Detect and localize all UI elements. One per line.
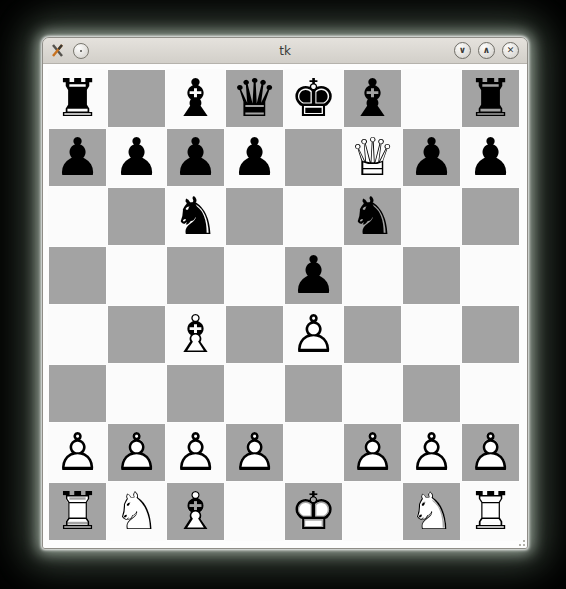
square-g6[interactable] [402, 187, 461, 246]
square-f2[interactable]: ♟♙ [343, 423, 402, 482]
white-rook: ♖ [461, 481, 520, 540]
black-bishop: ♝ [344, 69, 401, 126]
white-bishop-fill: ♝ [166, 304, 225, 363]
square-g4[interactable] [402, 305, 461, 364]
square-e7[interactable] [284, 128, 343, 187]
square-a5[interactable] [48, 246, 107, 305]
square-c8[interactable]: ♝ [166, 69, 225, 128]
square-e5[interactable]: ♟ [284, 246, 343, 305]
black-pawn: ♟ [403, 128, 460, 185]
white-pawn: ♙ [166, 422, 225, 481]
white-bishop: ♗ [166, 304, 225, 363]
menu-dot-icon [80, 50, 82, 52]
white-queen-fill: ♛ [343, 127, 402, 186]
window-menu-button[interactable] [73, 43, 89, 59]
tk-window: tk ∨ ∧ ✕ ♜♝♛♚♝♜♟♟♟♟♛♕♟♟♞♞♟♝♗♟♙♟♙♟♙♟♙♟♙♟♙… [42, 37, 528, 549]
square-c4[interactable]: ♝♗ [166, 305, 225, 364]
square-e3[interactable] [284, 364, 343, 423]
black-knight: ♞ [166, 186, 225, 245]
square-h3[interactable] [461, 364, 520, 423]
square-b4[interactable] [107, 305, 166, 364]
white-pawn-fill: ♟ [284, 304, 343, 363]
square-c2[interactable]: ♟♙ [166, 423, 225, 482]
resize-grip[interactable] [518, 539, 525, 546]
square-e6[interactable] [284, 187, 343, 246]
square-f3[interactable] [343, 364, 402, 423]
close-button[interactable]: ✕ [502, 42, 519, 59]
square-d6[interactable] [225, 187, 284, 246]
white-pawn-fill: ♟ [344, 423, 401, 480]
square-b1[interactable]: ♞♘ [107, 482, 166, 541]
white-pawn-fill: ♟ [108, 423, 165, 480]
window-content: ♜♝♛♚♝♜♟♟♟♟♛♕♟♟♞♞♟♝♗♟♙♟♙♟♙♟♙♟♙♟♙♟♙♟♙♜♖♞♘♝… [43, 64, 527, 548]
square-h6[interactable] [461, 187, 520, 246]
black-pawn: ♟ [49, 128, 106, 185]
black-pawn: ♟ [107, 127, 166, 186]
white-pawn-fill: ♟ [226, 423, 283, 480]
square-a7[interactable]: ♟ [48, 128, 107, 187]
black-pawn: ♟ [167, 128, 224, 185]
white-king: ♔ [285, 482, 342, 539]
square-h5[interactable] [461, 246, 520, 305]
square-e8[interactable]: ♚ [284, 69, 343, 128]
white-pawn: ♙ [462, 423, 519, 480]
chevron-down-icon: ∨ [459, 46, 466, 55]
square-d5[interactable] [225, 246, 284, 305]
white-pawn: ♙ [108, 423, 165, 480]
square-f7[interactable]: ♛♕ [343, 128, 402, 187]
square-d4[interactable] [225, 305, 284, 364]
white-knight-fill: ♞ [107, 481, 166, 540]
square-a1[interactable]: ♜♖ [48, 482, 107, 541]
title-bar[interactable]: tk ∨ ∧ ✕ [43, 38, 527, 64]
square-b5[interactable] [107, 246, 166, 305]
black-king: ♚ [284, 68, 343, 127]
square-e1[interactable]: ♚♔ [284, 482, 343, 541]
shade-button[interactable]: ∨ [454, 42, 471, 59]
square-d7[interactable]: ♟ [225, 128, 284, 187]
white-knight-fill: ♞ [403, 482, 460, 539]
square-h2[interactable]: ♟♙ [461, 423, 520, 482]
tk-app-icon [50, 43, 65, 58]
chevron-up-icon: ∧ [483, 46, 490, 55]
square-d1[interactable] [225, 482, 284, 541]
black-rook: ♜ [462, 69, 519, 126]
square-b6[interactable] [107, 187, 166, 246]
square-c3[interactable] [166, 364, 225, 423]
white-bishop: ♗ [167, 482, 224, 539]
maximize-button[interactable]: ∧ [478, 42, 495, 59]
square-a3[interactable] [48, 364, 107, 423]
white-pawn: ♙ [226, 423, 283, 480]
square-f1[interactable] [343, 482, 402, 541]
white-king-fill: ♚ [285, 482, 342, 539]
square-g7[interactable]: ♟ [402, 128, 461, 187]
white-pawn: ♙ [402, 422, 461, 481]
square-e4[interactable]: ♟♙ [284, 305, 343, 364]
square-a4[interactable] [48, 305, 107, 364]
square-c1[interactable]: ♝♗ [166, 482, 225, 541]
white-knight: ♘ [107, 481, 166, 540]
square-c6[interactable]: ♞ [166, 187, 225, 246]
black-pawn: ♟ [285, 246, 342, 303]
close-icon: ✕ [507, 46, 515, 55]
square-h1[interactable]: ♜♖ [461, 482, 520, 541]
square-g5[interactable] [402, 246, 461, 305]
square-g1[interactable]: ♞♘ [402, 482, 461, 541]
white-pawn-fill: ♟ [462, 423, 519, 480]
white-pawn-fill: ♟ [402, 422, 461, 481]
white-pawn: ♙ [48, 422, 107, 481]
square-d3[interactable] [225, 364, 284, 423]
square-f6[interactable]: ♞ [343, 187, 402, 246]
square-g2[interactable]: ♟♙ [402, 423, 461, 482]
black-pawn: ♟ [461, 127, 520, 186]
square-f5[interactable] [343, 246, 402, 305]
square-g8[interactable] [402, 69, 461, 128]
white-rook-fill: ♜ [49, 482, 106, 539]
white-pawn: ♙ [284, 304, 343, 363]
square-f8[interactable]: ♝ [343, 69, 402, 128]
white-pawn-fill: ♟ [48, 422, 107, 481]
black-queen: ♛ [226, 69, 283, 126]
square-h7[interactable]: ♟ [461, 128, 520, 187]
black-pawn: ♟ [225, 127, 284, 186]
square-b3[interactable] [107, 364, 166, 423]
square-h8[interactable]: ♜ [461, 69, 520, 128]
square-a6[interactable] [48, 187, 107, 246]
square-a2[interactable]: ♟♙ [48, 423, 107, 482]
white-pawn: ♙ [344, 423, 401, 480]
chess-board: ♜♝♛♚♝♜♟♟♟♟♛♕♟♟♞♞♟♝♗♟♙♟♙♟♙♟♙♟♙♟♙♟♙♟♙♜♖♞♘♝… [48, 69, 520, 541]
white-queen: ♕ [343, 127, 402, 186]
white-rook: ♖ [49, 482, 106, 539]
white-rook-fill: ♜ [461, 481, 520, 540]
square-c7[interactable]: ♟ [166, 128, 225, 187]
window-controls: ∨ ∧ ✕ [454, 42, 519, 59]
black-knight: ♞ [344, 187, 401, 244]
square-b7[interactable]: ♟ [107, 128, 166, 187]
square-a8[interactable]: ♜ [48, 69, 107, 128]
square-f4[interactable] [343, 305, 402, 364]
black-bishop: ♝ [166, 68, 225, 127]
white-bishop-fill: ♝ [167, 482, 224, 539]
square-d8[interactable]: ♛ [225, 69, 284, 128]
black-rook: ♜ [48, 68, 107, 127]
square-c5[interactable] [166, 246, 225, 305]
square-g3[interactable] [402, 364, 461, 423]
white-knight: ♘ [403, 482, 460, 539]
square-e2[interactable] [284, 423, 343, 482]
white-pawn-fill: ♟ [166, 422, 225, 481]
square-d2[interactable]: ♟♙ [225, 423, 284, 482]
square-b2[interactable]: ♟♙ [107, 423, 166, 482]
square-h4[interactable] [461, 305, 520, 364]
square-b8[interactable] [107, 69, 166, 128]
